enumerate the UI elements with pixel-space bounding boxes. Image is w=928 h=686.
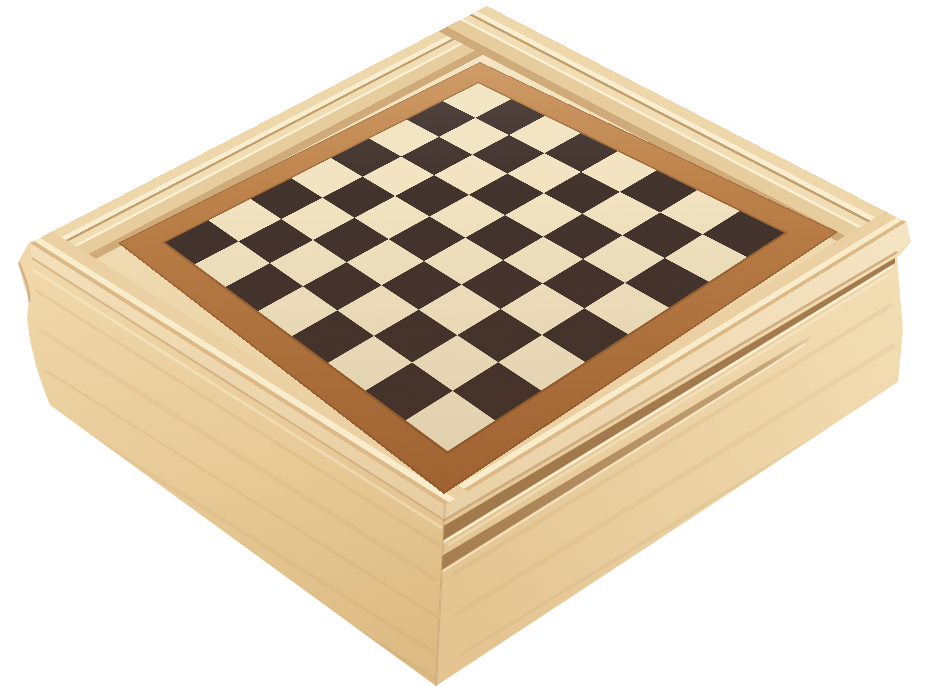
product-photo	[0, 0, 928, 686]
